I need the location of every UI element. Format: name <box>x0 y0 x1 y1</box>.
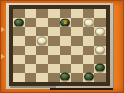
square-r3c5[interactable] <box>60 27 72 36</box>
square-r8c7[interactable] <box>83 73 95 82</box>
square-r6c3[interactable] <box>36 55 48 64</box>
king-crown-icon: ♛ <box>63 19 68 25</box>
square-r1c8[interactable] <box>94 9 106 18</box>
square-r6c4[interactable] <box>48 55 60 64</box>
green-man[interactable] <box>95 64 105 72</box>
square-r1c5[interactable] <box>60 9 72 18</box>
square-r7c6[interactable] <box>71 64 83 73</box>
square-r7c7[interactable] <box>83 64 95 73</box>
square-r6c5[interactable] <box>60 55 72 64</box>
square-r1c2[interactable] <box>25 9 37 18</box>
square-r4c8[interactable] <box>94 36 106 45</box>
square-r3c2[interactable] <box>25 27 37 36</box>
square-r5c7[interactable] <box>83 46 95 55</box>
square-r5c3[interactable] <box>36 46 48 55</box>
square-r7c2[interactable] <box>25 64 37 73</box>
square-r4c2[interactable] <box>25 36 37 45</box>
white-man[interactable] <box>95 46 105 54</box>
white-man[interactable] <box>84 18 94 26</box>
square-r3c8[interactable] <box>94 27 106 36</box>
white-man[interactable] <box>37 37 47 45</box>
square-r8c2[interactable] <box>25 73 37 82</box>
square-r4c1[interactable] <box>13 36 25 45</box>
square-r8c3[interactable] <box>36 73 48 82</box>
square-r1c1[interactable] <box>13 9 25 18</box>
square-r8c8[interactable] <box>94 73 106 82</box>
square-r2c6[interactable] <box>71 18 83 27</box>
square-r1c4[interactable] <box>48 9 60 18</box>
left-edge-marker-top <box>1 27 5 32</box>
left-edge-marker-bottom <box>1 54 5 59</box>
square-r6c1[interactable] <box>13 55 25 64</box>
checkers-board: ♛ <box>13 9 106 82</box>
square-r2c1[interactable] <box>13 18 25 27</box>
green-man[interactable] <box>84 73 94 81</box>
square-r5c1[interactable] <box>13 46 25 55</box>
square-r7c4[interactable] <box>48 64 60 73</box>
square-r7c8[interactable] <box>94 64 106 73</box>
square-r5c2[interactable] <box>25 46 37 55</box>
square-r4c7[interactable] <box>83 36 95 45</box>
square-r1c7[interactable] <box>83 9 95 18</box>
square-r6c7[interactable] <box>83 55 95 64</box>
green-man[interactable] <box>14 18 24 26</box>
square-r2c8[interactable] <box>94 18 106 27</box>
square-r7c1[interactable] <box>13 64 25 73</box>
square-r8c1[interactable] <box>13 73 25 82</box>
square-r1c6[interactable] <box>71 9 83 18</box>
square-r3c6[interactable] <box>71 27 83 36</box>
square-r8c6[interactable] <box>71 73 83 82</box>
square-r1c3[interactable] <box>36 9 48 18</box>
green-man[interactable] <box>60 73 70 81</box>
square-r5c6[interactable] <box>71 46 83 55</box>
square-r6c6[interactable] <box>71 55 83 64</box>
square-r3c4[interactable] <box>48 27 60 36</box>
square-r4c4[interactable] <box>48 36 60 45</box>
square-r5c8[interactable] <box>94 46 106 55</box>
square-r7c5[interactable] <box>60 64 72 73</box>
square-r4c5[interactable] <box>60 36 72 45</box>
board-shadow-right <box>50 88 113 90</box>
square-r6c2[interactable] <box>25 55 37 64</box>
square-r4c6[interactable] <box>71 36 83 45</box>
square-r5c5[interactable] <box>60 46 72 55</box>
square-r3c1[interactable] <box>13 27 25 36</box>
square-r3c7[interactable] <box>83 27 95 36</box>
square-r2c5[interactable]: ♛ <box>60 18 72 27</box>
square-r3c3[interactable] <box>36 27 48 36</box>
square-r4c3[interactable] <box>36 36 48 45</box>
game-background: ♛ <box>0 0 124 93</box>
square-r8c4[interactable] <box>48 73 60 82</box>
square-r7c3[interactable] <box>36 64 48 73</box>
square-r2c2[interactable] <box>25 18 37 27</box>
square-r8c5[interactable] <box>60 73 72 82</box>
square-r6c8[interactable] <box>94 55 106 64</box>
square-r2c7[interactable] <box>83 18 95 27</box>
green-king[interactable]: ♛ <box>60 18 70 26</box>
white-man[interactable] <box>95 27 105 35</box>
square-r2c3[interactable] <box>36 18 48 27</box>
square-r5c4[interactable] <box>48 46 60 55</box>
square-r2c4[interactable] <box>48 18 60 27</box>
